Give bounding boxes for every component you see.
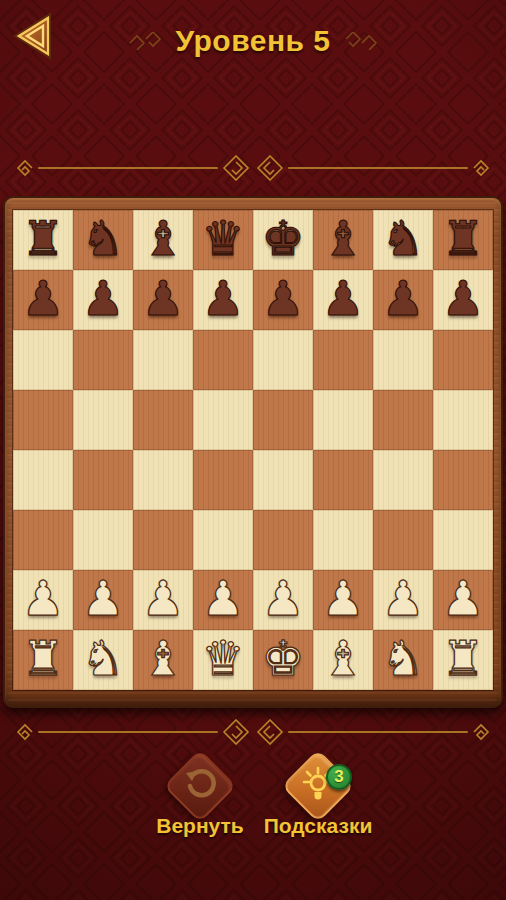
piece-black-rook[interactable]: ♜ (441, 208, 484, 268)
square-g8[interactable]: ♞ (373, 210, 433, 270)
undo-arrow-icon (183, 767, 217, 805)
piece-white-pawn[interactable]: ♟ (21, 568, 64, 628)
square-d7[interactable]: ♟ (193, 270, 253, 330)
header: Уровень 5 (0, 18, 506, 64)
piece-black-pawn[interactable]: ♟ (21, 268, 64, 328)
square-c4[interactable] (133, 450, 193, 510)
title-ornament-left (128, 32, 164, 50)
undo-button[interactable] (162, 748, 238, 824)
square-a4[interactable] (13, 450, 73, 510)
piece-black-pawn[interactable]: ♟ (261, 268, 304, 328)
square-c2[interactable]: ♟ (133, 570, 193, 630)
square-h7[interactable]: ♟ (433, 270, 493, 330)
square-g6[interactable] (373, 330, 433, 390)
square-f1[interactable]: ♝ (313, 630, 373, 690)
square-e7[interactable]: ♟ (253, 270, 313, 330)
square-h6[interactable] (433, 330, 493, 390)
square-a5[interactable] (13, 390, 73, 450)
square-b6[interactable] (73, 330, 133, 390)
square-a7[interactable]: ♟ (13, 270, 73, 330)
divider-bottom (16, 721, 490, 743)
square-b7[interactable]: ♟ (73, 270, 133, 330)
square-e3[interactable] (253, 510, 313, 570)
square-d4[interactable] (193, 450, 253, 510)
square-a8[interactable]: ♜ (13, 210, 73, 270)
piece-white-king[interactable]: ♚ (261, 628, 304, 688)
chess-board: ♜♞♝♛♚♝♞♜♟♟♟♟♟♟♟♟♟♟♟♟♟♟♟♟♜♞♝♛♚♝♞♜ (13, 210, 493, 690)
piece-black-rook[interactable]: ♜ (21, 208, 64, 268)
piece-black-pawn[interactable]: ♟ (381, 268, 424, 328)
square-h3[interactable] (433, 510, 493, 570)
square-h1[interactable]: ♜ (433, 630, 493, 690)
square-e4[interactable] (253, 450, 313, 510)
square-f3[interactable] (313, 510, 373, 570)
piece-white-pawn[interactable]: ♟ (261, 568, 304, 628)
square-b3[interactable] (73, 510, 133, 570)
square-f5[interactable] (313, 390, 373, 450)
square-c7[interactable]: ♟ (133, 270, 193, 330)
piece-black-knight[interactable]: ♞ (81, 208, 124, 268)
square-b4[interactable] (73, 450, 133, 510)
square-h4[interactable] (433, 450, 493, 510)
piece-white-rook[interactable]: ♜ (21, 628, 64, 688)
piece-black-pawn[interactable]: ♟ (201, 268, 244, 328)
square-c1[interactable]: ♝ (133, 630, 193, 690)
square-h5[interactable] (433, 390, 493, 450)
divider-center-ornament (222, 719, 284, 745)
divider-top (16, 157, 490, 179)
square-e8[interactable]: ♚ (253, 210, 313, 270)
title-ornament-right (342, 32, 378, 50)
square-f2[interactable]: ♟ (313, 570, 373, 630)
square-c6[interactable] (133, 330, 193, 390)
square-c8[interactable]: ♝ (133, 210, 193, 270)
divider-center-ornament (222, 155, 284, 181)
piece-white-rook[interactable]: ♜ (441, 628, 484, 688)
piece-black-pawn[interactable]: ♟ (441, 268, 484, 328)
piece-black-king[interactable]: ♚ (261, 208, 304, 268)
piece-white-pawn[interactable]: ♟ (81, 568, 124, 628)
square-c3[interactable] (133, 510, 193, 570)
piece-white-pawn[interactable]: ♟ (141, 568, 184, 628)
divider-end-curl-right (472, 723, 490, 741)
square-g2[interactable]: ♟ (373, 570, 433, 630)
square-g4[interactable] (373, 450, 433, 510)
square-b2[interactable]: ♟ (73, 570, 133, 630)
piece-white-pawn[interactable]: ♟ (441, 568, 484, 628)
square-h2[interactable]: ♟ (433, 570, 493, 630)
hints-count-badge: 3 (326, 764, 352, 790)
square-d5[interactable] (193, 390, 253, 450)
square-h8[interactable]: ♜ (433, 210, 493, 270)
square-g3[interactable] (373, 510, 433, 570)
square-g5[interactable] (373, 390, 433, 450)
piece-white-knight[interactable]: ♞ (81, 628, 124, 688)
chess-board-frame: ♜♞♝♛♚♝♞♜♟♟♟♟♟♟♟♟♟♟♟♟♟♟♟♟♜♞♝♛♚♝♞♜ (3, 196, 503, 708)
piece-white-bishop[interactable]: ♝ (141, 628, 184, 688)
square-d6[interactable] (193, 330, 253, 390)
square-e1[interactable]: ♚ (253, 630, 313, 690)
square-d3[interactable] (193, 510, 253, 570)
square-d8[interactable]: ♛ (193, 210, 253, 270)
square-b1[interactable]: ♞ (73, 630, 133, 690)
square-d1[interactable]: ♛ (193, 630, 253, 690)
piece-black-bishop[interactable]: ♝ (321, 208, 364, 268)
piece-black-pawn[interactable]: ♟ (81, 268, 124, 328)
piece-black-pawn[interactable]: ♟ (141, 268, 184, 328)
piece-black-knight[interactable]: ♞ (381, 208, 424, 268)
divider-end-curl-left (16, 159, 34, 177)
square-e2[interactable]: ♟ (253, 570, 313, 630)
square-b5[interactable] (73, 390, 133, 450)
square-c5[interactable] (133, 390, 193, 450)
square-a6[interactable] (13, 330, 73, 390)
piece-white-queen[interactable]: ♛ (201, 628, 244, 688)
square-e5[interactable] (253, 390, 313, 450)
square-a1[interactable]: ♜ (13, 630, 73, 690)
hints-label: Подсказки (238, 814, 398, 838)
hints-button[interactable]: 3 (280, 748, 356, 824)
divider-end-curl-left (16, 723, 34, 741)
square-d2[interactable]: ♟ (193, 570, 253, 630)
piece-white-bishop[interactable]: ♝ (321, 628, 364, 688)
square-e6[interactable] (253, 330, 313, 390)
page-title: Уровень 5 (176, 24, 331, 58)
piece-black-pawn[interactable]: ♟ (321, 268, 364, 328)
square-b8[interactable]: ♞ (73, 210, 133, 270)
piece-white-pawn[interactable]: ♟ (381, 568, 424, 628)
divider-end-curl-right (472, 159, 490, 177)
piece-white-pawn[interactable]: ♟ (321, 568, 364, 628)
square-g7[interactable]: ♟ (373, 270, 433, 330)
piece-white-pawn[interactable]: ♟ (201, 568, 244, 628)
square-f4[interactable] (313, 450, 373, 510)
square-g1[interactable]: ♞ (373, 630, 433, 690)
piece-white-knight[interactable]: ♞ (381, 628, 424, 688)
square-a2[interactable]: ♟ (13, 570, 73, 630)
piece-black-bishop[interactable]: ♝ (141, 208, 184, 268)
square-f6[interactable] (313, 330, 373, 390)
piece-black-queen[interactable]: ♛ (201, 208, 244, 268)
square-a3[interactable] (13, 510, 73, 570)
square-f7[interactable]: ♟ (313, 270, 373, 330)
square-f8[interactable]: ♝ (313, 210, 373, 270)
